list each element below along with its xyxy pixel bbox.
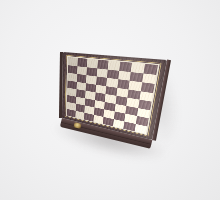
product-photo-chess-box (0, 0, 220, 200)
